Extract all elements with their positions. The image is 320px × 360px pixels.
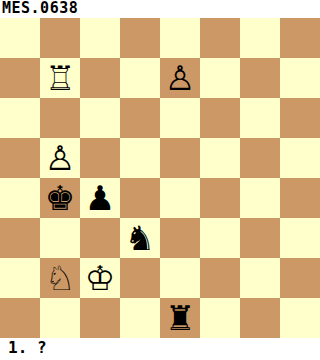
square-b8[interactable]	[40, 18, 80, 58]
square-e3[interactable]	[160, 218, 200, 258]
square-b7[interactable]: ♖	[40, 58, 80, 98]
square-b5[interactable]: ♙	[40, 138, 80, 178]
square-e4[interactable]	[160, 178, 200, 218]
square-d5[interactable]	[120, 138, 160, 178]
square-a7[interactable]	[0, 58, 40, 98]
square-f8[interactable]	[200, 18, 240, 58]
square-c6[interactable]	[80, 98, 120, 138]
square-a8[interactable]	[0, 18, 40, 58]
square-e5[interactable]	[160, 138, 200, 178]
square-b6[interactable]	[40, 98, 80, 138]
square-f3[interactable]	[200, 218, 240, 258]
square-h8[interactable]	[280, 18, 320, 58]
square-g4[interactable]	[240, 178, 280, 218]
square-b4[interactable]: ♚	[40, 178, 80, 218]
puzzle-id-title: MES.0638	[0, 0, 320, 18]
square-f6[interactable]	[200, 98, 240, 138]
square-g6[interactable]	[240, 98, 280, 138]
square-b2[interactable]: ♘	[40, 258, 80, 298]
square-h7[interactable]	[280, 58, 320, 98]
square-c4[interactable]: ♟	[80, 178, 120, 218]
square-g2[interactable]	[240, 258, 280, 298]
square-h4[interactable]	[280, 178, 320, 218]
square-d2[interactable]	[120, 258, 160, 298]
white-rook: ♖	[45, 58, 75, 98]
square-e2[interactable]	[160, 258, 200, 298]
square-h5[interactable]	[280, 138, 320, 178]
white-pawn: ♙	[165, 58, 195, 98]
square-a1[interactable]	[0, 298, 40, 338]
square-h2[interactable]	[280, 258, 320, 298]
black-rook: ♜	[165, 298, 195, 338]
square-c2[interactable]: ♔	[80, 258, 120, 298]
square-b1[interactable]	[40, 298, 80, 338]
black-king: ♚	[45, 178, 75, 218]
square-c7[interactable]	[80, 58, 120, 98]
square-d1[interactable]	[120, 298, 160, 338]
chess-board: ♖♙♙♚♟♞♘♔♜	[0, 18, 320, 338]
white-knight: ♘	[45, 258, 75, 298]
square-h3[interactable]	[280, 218, 320, 258]
square-a4[interactable]	[0, 178, 40, 218]
black-knight: ♞	[125, 218, 155, 258]
square-a6[interactable]	[0, 98, 40, 138]
square-e8[interactable]	[160, 18, 200, 58]
square-g5[interactable]	[240, 138, 280, 178]
square-g1[interactable]	[240, 298, 280, 338]
square-f7[interactable]	[200, 58, 240, 98]
square-c3[interactable]	[80, 218, 120, 258]
square-a2[interactable]	[0, 258, 40, 298]
square-f5[interactable]	[200, 138, 240, 178]
white-king: ♔	[85, 258, 115, 298]
square-f2[interactable]	[200, 258, 240, 298]
square-b3[interactable]	[40, 218, 80, 258]
square-f1[interactable]	[200, 298, 240, 338]
square-c1[interactable]	[80, 298, 120, 338]
square-a3[interactable]	[0, 218, 40, 258]
square-h1[interactable]	[280, 298, 320, 338]
square-e6[interactable]	[160, 98, 200, 138]
move-prompt: 1. ?	[0, 338, 320, 360]
square-f4[interactable]	[200, 178, 240, 218]
square-d6[interactable]	[120, 98, 160, 138]
square-e7[interactable]: ♙	[160, 58, 200, 98]
black-pawn: ♟	[85, 178, 115, 218]
square-h6[interactable]	[280, 98, 320, 138]
square-e1[interactable]: ♜	[160, 298, 200, 338]
white-pawn: ♙	[45, 138, 75, 178]
square-d4[interactable]	[120, 178, 160, 218]
square-g8[interactable]	[240, 18, 280, 58]
square-c8[interactable]	[80, 18, 120, 58]
square-d7[interactable]	[120, 58, 160, 98]
square-g7[interactable]	[240, 58, 280, 98]
square-g3[interactable]	[240, 218, 280, 258]
square-d8[interactable]	[120, 18, 160, 58]
square-c5[interactable]	[80, 138, 120, 178]
square-a5[interactable]	[0, 138, 40, 178]
square-d3[interactable]: ♞	[120, 218, 160, 258]
